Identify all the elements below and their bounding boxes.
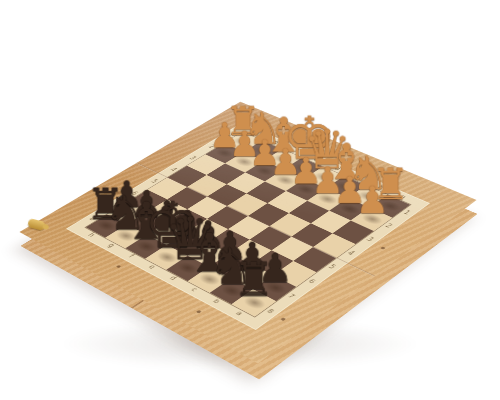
piece-white-pawn[interactable]: ♟ (350, 182, 395, 219)
dowel-dot (116, 265, 122, 268)
chess-set-photo: ♜♞♝♚♛♝♞♜♟♟♟♟♟♟♟♟♟♟♟♟♟♟♟♟♜♞♝♚♛♝♞♜ hh11gg2… (0, 0, 500, 400)
square[interactable]: ♟ (351, 207, 392, 230)
chess-board[interactable]: ♜♞♝♚♛♝♞♜♟♟♟♟♟♟♟♟♟♟♟♟♟♟♟♟♜♞♝♚♛♝♞♜ hh11gg2… (19, 102, 476, 364)
dowel-dot (380, 246, 386, 249)
chess-board-3d: ♜♞♝♚♛♝♞♜♟♟♟♟♟♟♟♟♟♟♟♟♟♟♟♟♜♞♝♚♛♝♞♜ hh11gg2… (19, 102, 476, 364)
piece-black-rook[interactable]: ♜ (230, 256, 278, 303)
dowel-dot (280, 317, 286, 321)
dowel-dot (196, 310, 202, 314)
square[interactable] (291, 223, 332, 247)
